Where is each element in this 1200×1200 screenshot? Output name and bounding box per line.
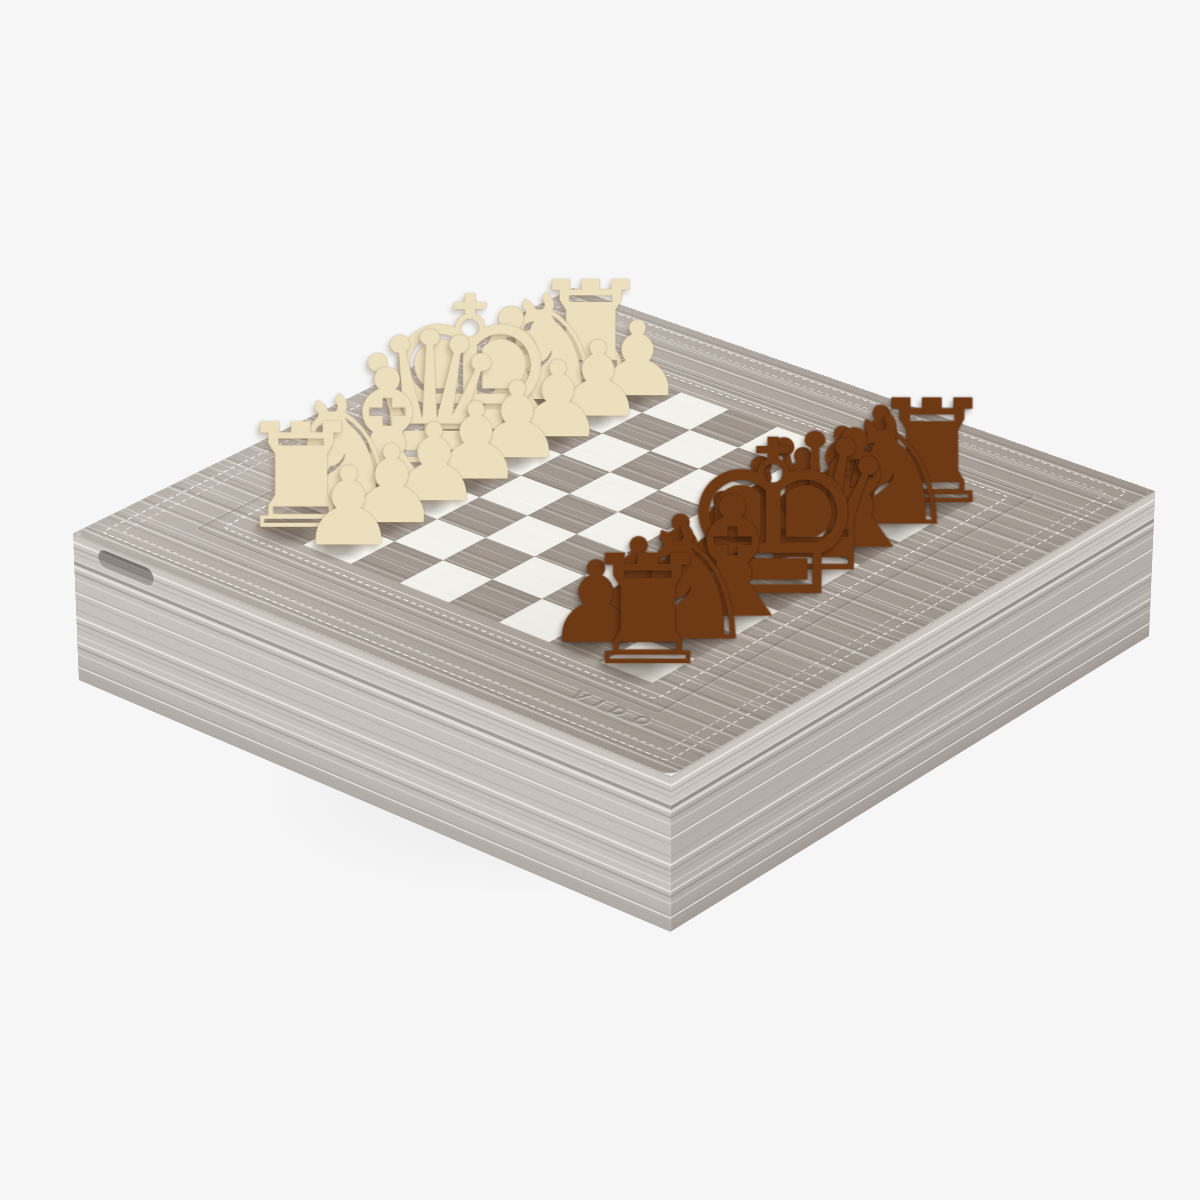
pieces-layer: ♜♟♞♟♝♟♚♟♛♟♝♟♟♜♞♟♟♞♜♟♟♝♟♛♟♚♟♝♟♞♟♜ [256,359,977,683]
chess-box: VIDO ♜♟♞♟♝♟♚♟♛♟♝♟♟♜♞♟♟♞♜♟♟♝♟♛♟♚♟♝♟♞♟♜ [73,288,1155,776]
scene: VIDO ♜♟♞♟♝♟♚♟♛♟♝♟♟♜♞♟♟♞♜♟♟♝♟♛♟♚♟♝♟♞♟♜ [0,0,1200,1200]
product-photo: VIDO ♜♟♞♟♝♟♚♟♛♟♝♟♟♜♞♟♟♞♜♟♟♝♟♛♟♚♟♝♟♞♟♜ [0,0,1200,1200]
